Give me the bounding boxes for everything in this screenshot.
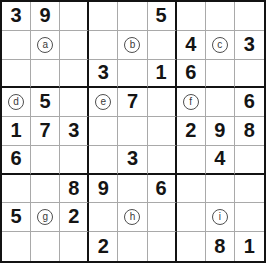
- cell-r1c1[interactable]: 3: [2, 2, 31, 31]
- given-digit: 4: [214, 148, 225, 168]
- cell-r2c5[interactable]: b: [118, 31, 147, 60]
- given-digit: 5: [10, 206, 21, 226]
- cell-r5c4[interactable]: [89, 117, 118, 146]
- circled-letter-c: c: [212, 37, 228, 53]
- cell-r9c4[interactable]: 2: [89, 232, 118, 261]
- cell-r9c2[interactable]: [31, 232, 60, 261]
- cell-r3c1[interactable]: [2, 60, 31, 89]
- cell-r1c5[interactable]: [118, 2, 147, 31]
- given-digit: 8: [214, 236, 225, 256]
- cell-r5c8[interactable]: 9: [206, 117, 235, 146]
- given-digit: 3: [10, 5, 21, 25]
- cell-r3c5[interactable]: [118, 60, 147, 89]
- given-digit: 2: [98, 236, 109, 256]
- cell-r6c4[interactable]: [89, 146, 118, 175]
- cell-r4c4[interactable]: e: [89, 88, 118, 117]
- given-digit: 3: [127, 148, 138, 168]
- cell-r3c6[interactable]: 1: [148, 60, 177, 89]
- cell-r4c9[interactable]: 6: [235, 88, 264, 117]
- cell-r9c5[interactable]: [118, 232, 147, 261]
- cell-r8c3[interactable]: 2: [60, 203, 89, 232]
- cell-r4c5[interactable]: 7: [118, 88, 147, 117]
- cell-r1c4[interactable]: [89, 2, 118, 31]
- circled-letter-e: e: [95, 94, 111, 110]
- given-digit: 4: [185, 34, 196, 54]
- given-digit: 7: [40, 120, 51, 140]
- cell-r5c9[interactable]: 8: [235, 117, 264, 146]
- cell-r6c2[interactable]: [31, 146, 60, 175]
- cell-r4c3[interactable]: [60, 88, 89, 117]
- cell-r9c9[interactable]: 1: [235, 232, 264, 261]
- cell-r4c7[interactable]: f: [177, 88, 206, 117]
- cell-r6c8[interactable]: 4: [206, 146, 235, 175]
- given-digit: 5: [40, 91, 51, 111]
- cell-r1c6[interactable]: 5: [148, 2, 177, 31]
- cell-r3c3[interactable]: [60, 60, 89, 89]
- cell-r8c4[interactable]: [89, 203, 118, 232]
- cell-r1c2[interactable]: 9: [31, 2, 60, 31]
- given-digit: 6: [10, 148, 21, 168]
- circled-letter-f: f: [183, 94, 199, 110]
- cell-r2c2[interactable]: a: [31, 31, 60, 60]
- circled-letter-d: d: [8, 94, 24, 110]
- given-digit: 7: [127, 91, 138, 111]
- circled-letter-i: i: [212, 209, 228, 225]
- cell-r9c1[interactable]: [2, 232, 31, 261]
- given-digit: 3: [68, 120, 79, 140]
- given-digit: 3: [98, 62, 109, 82]
- cell-r6c3[interactable]: [60, 146, 89, 175]
- cell-r5c7[interactable]: 2: [177, 117, 206, 146]
- cell-r2c4[interactable]: [89, 31, 118, 60]
- given-digit: 1: [244, 236, 255, 256]
- cell-r7c8[interactable]: [206, 175, 235, 204]
- cell-r3c8[interactable]: [206, 60, 235, 89]
- cell-r2c7[interactable]: 4: [177, 31, 206, 60]
- cell-r4c8[interactable]: [206, 88, 235, 117]
- cell-r7c7[interactable]: [177, 175, 206, 204]
- cell-r8c8[interactable]: i: [206, 203, 235, 232]
- cell-r2c3[interactable]: [60, 31, 89, 60]
- cell-r5c2[interactable]: 7: [31, 117, 60, 146]
- cell-r3c9[interactable]: [235, 60, 264, 89]
- cell-r9c6[interactable]: [148, 232, 177, 261]
- given-digit: 1: [10, 120, 21, 140]
- cell-r2c8[interactable]: c: [206, 31, 235, 60]
- cell-r6c1[interactable]: 6: [2, 146, 31, 175]
- cell-r9c7[interactable]: [177, 232, 206, 261]
- given-digit: 8: [68, 178, 79, 198]
- cell-r6c5[interactable]: 3: [118, 146, 147, 175]
- cell-r1c8[interactable]: [206, 2, 235, 31]
- cell-r5c5[interactable]: [118, 117, 147, 146]
- cell-r8c1[interactable]: 5: [2, 203, 31, 232]
- cell-r7c5[interactable]: [118, 175, 147, 204]
- cell-r7c1[interactable]: [2, 175, 31, 204]
- cell-r3c4[interactable]: 3: [89, 60, 118, 89]
- given-digit: 8: [244, 120, 255, 140]
- given-digit: 5: [156, 5, 167, 25]
- circled-letter-a: a: [37, 37, 53, 53]
- cell-r5c1[interactable]: 1: [2, 117, 31, 146]
- cell-r2c9[interactable]: 3: [235, 31, 264, 60]
- cell-r4c6[interactable]: [148, 88, 177, 117]
- circled-letter-g: g: [37, 209, 53, 225]
- cell-r5c6[interactable]: [148, 117, 177, 146]
- cell-r7c4[interactable]: 9: [89, 175, 118, 204]
- given-digit: 6: [156, 178, 167, 198]
- given-digit: 2: [68, 206, 79, 226]
- cell-r7c9[interactable]: [235, 175, 264, 204]
- given-digit: 9: [214, 120, 225, 140]
- cell-r6c7[interactable]: [177, 146, 206, 175]
- cell-r1c9[interactable]: [235, 2, 264, 31]
- cell-r1c7[interactable]: [177, 2, 206, 31]
- cell-r2c1[interactable]: [2, 31, 31, 60]
- circled-letter-b: b: [124, 37, 140, 53]
- cell-r2c6[interactable]: [148, 31, 177, 60]
- cell-r8c9[interactable]: [235, 203, 264, 232]
- cell-r1c3[interactable]: [60, 2, 89, 31]
- given-digit: 1: [156, 62, 167, 82]
- cell-r7c3[interactable]: 8: [60, 175, 89, 204]
- cell-r4c1[interactable]: d: [2, 88, 31, 117]
- cell-r5c3[interactable]: 3: [60, 117, 89, 146]
- circled-letter-h: h: [124, 209, 140, 225]
- cell-r7c6[interactable]: 6: [148, 175, 177, 204]
- cell-r3c7[interactable]: 6: [177, 60, 206, 89]
- cell-r7c2[interactable]: [31, 175, 60, 204]
- cell-r8c7[interactable]: [177, 203, 206, 232]
- given-digit: 9: [98, 178, 109, 198]
- sudoku-board: 395ab4c3316d5e7f61732986348965g2hi281: [0, 0, 266, 263]
- cell-r9c3[interactable]: [60, 232, 89, 261]
- cell-r4c2[interactable]: 5: [31, 88, 60, 117]
- given-digit: 2: [185, 120, 196, 140]
- given-digit: 6: [244, 91, 255, 111]
- cell-r6c9[interactable]: [235, 146, 264, 175]
- cell-r3c2[interactable]: [31, 60, 60, 89]
- given-digit: 3: [244, 34, 255, 54]
- given-digit: 9: [40, 5, 51, 25]
- cell-r8c5[interactable]: h: [118, 203, 147, 232]
- given-digit: 6: [185, 62, 196, 82]
- cell-r8c2[interactable]: g: [31, 203, 60, 232]
- cell-r9c8[interactable]: 8: [206, 232, 235, 261]
- cell-r6c6[interactable]: [148, 146, 177, 175]
- cell-r8c6[interactable]: [148, 203, 177, 232]
